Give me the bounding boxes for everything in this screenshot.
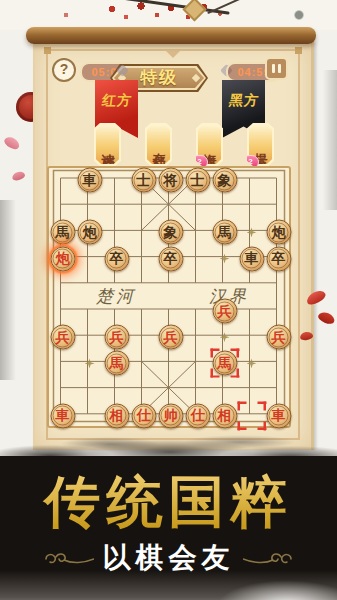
xiangqi-piece-black[interactable]: 卒 [104, 246, 129, 271]
app-screen: ? 05:00 特级 04:59 红方 黑方 读档 存档 悔棋 2 提示 2 [0, 0, 337, 600]
river-label-left: 楚河 [96, 287, 136, 306]
xiangqi-piece-black[interactable]: 炮 [266, 220, 291, 245]
undo-move-button[interactable]: 悔棋 2 [196, 123, 223, 166]
ink-wash-right [323, 70, 337, 210]
xiangqi-piece-black[interactable]: 炮 [77, 220, 102, 245]
xiangqi-piece-red[interactable]: 馬 [104, 351, 129, 376]
xiangqi-piece-black[interactable]: 卒 [158, 246, 183, 271]
footer-banner: 传统国粹 以棋会友 [0, 430, 337, 600]
xiangqi-piece-red[interactable]: 兵 [50, 325, 75, 350]
xiangqi-piece-black[interactable]: 士 [185, 168, 210, 193]
frame-nub [44, 47, 51, 54]
xiangqi-piece-red[interactable]: 仕 [131, 403, 156, 428]
xiangqi-piece-red[interactable]: 仕 [185, 403, 210, 428]
xiangqi-piece-black[interactable]: 車 [239, 246, 264, 271]
petal [317, 310, 337, 326]
xiangqi-piece-red[interactable]: 車 [50, 403, 75, 428]
board[interactable]: 楚河 汉界 車士将士象馬炮象馬炮炮卒卒車卒兵兵兵兵兵馬馬車相仕帅仕相車 [47, 166, 291, 428]
ink-wash-left [0, 200, 16, 380]
xiangqi-piece-red[interactable]: 兵 [266, 325, 291, 350]
board-grid: 楚河 汉界 [49, 168, 289, 426]
help-button[interactable]: ? [52, 58, 76, 82]
load-game-button[interactable]: 读档 [94, 123, 121, 166]
xiangqi-piece-black[interactable]: 車 [77, 168, 102, 193]
xiangqi-piece-red[interactable]: 車 [266, 403, 291, 428]
petal [11, 170, 26, 182]
pause-button[interactable] [265, 57, 288, 80]
save-game-button[interactable]: 存档 [145, 123, 172, 166]
xiangqi-piece-red[interactable]: 帅 [158, 403, 183, 428]
black-side-label: 黑方 [227, 92, 260, 110]
footer-title: 传统国粹 [0, 462, 337, 542]
move-from-marker [237, 401, 266, 430]
cloud-flourish-icon [243, 550, 295, 568]
xiangqi-piece-red[interactable]: 炮 [50, 246, 75, 271]
scroll-roller [26, 27, 316, 44]
xiangqi-piece-black[interactable]: 卒 [266, 246, 291, 271]
selected-piece-marker [210, 349, 239, 378]
frame-triangle-ornament [164, 49, 182, 58]
xiangqi-piece-black[interactable]: 象 [212, 168, 237, 193]
petal [3, 135, 22, 152]
hint-button[interactable]: 提示 2 [247, 123, 274, 166]
xiangqi-piece-black[interactable]: 馬 [50, 220, 75, 245]
xiangqi-piece-red[interactable]: 相 [212, 403, 237, 428]
toolbar: 读档 存档 悔棋 2 提示 2 [94, 123, 274, 166]
xiangqi-piece-black[interactable]: 士 [131, 168, 156, 193]
xiangqi-piece-black[interactable]: 将 [158, 168, 183, 193]
xiangqi-piece-red[interactable]: 相 [104, 403, 129, 428]
xiangqi-piece-red[interactable]: 兵 [158, 325, 183, 350]
frame-nub [295, 47, 302, 54]
xiangqi-piece-red[interactable]: 兵 [212, 299, 237, 324]
xiangqi-piece-black[interactable]: 象 [158, 220, 183, 245]
red-side-label: 红方 [100, 92, 133, 110]
xiangqi-piece-red[interactable]: 兵 [104, 325, 129, 350]
xiangqi-piece-black[interactable]: 馬 [212, 220, 237, 245]
